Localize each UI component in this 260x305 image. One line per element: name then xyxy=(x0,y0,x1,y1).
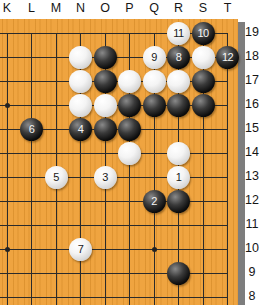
board-point-R9[interactable] xyxy=(166,261,191,285)
board-point-O14[interactable] xyxy=(93,141,118,165)
board-point-R19[interactable]: 11 xyxy=(166,21,191,45)
board-point-T14[interactable] xyxy=(215,141,240,165)
board-point-S19[interactable]: 10 xyxy=(191,21,216,45)
col-label-S: S xyxy=(194,1,212,15)
board-point-R10[interactable] xyxy=(166,237,191,261)
board-point-N18[interactable] xyxy=(68,45,93,69)
board-point-K10[interactable] xyxy=(0,237,19,261)
board-point-R15[interactable] xyxy=(166,117,191,141)
board-point-L17[interactable] xyxy=(19,69,44,93)
board-point-T12[interactable] xyxy=(215,189,240,213)
board-point-N13[interactable] xyxy=(68,165,93,189)
black-stone-P16 xyxy=(118,94,141,117)
board-point-R18[interactable]: 8 xyxy=(166,45,191,69)
board-point-N14[interactable] xyxy=(68,141,93,165)
board-point-O16[interactable] xyxy=(93,93,118,117)
row-label-12: 12 xyxy=(244,193,260,207)
board-point-Q11[interactable] xyxy=(142,213,167,237)
black-stone-O18 xyxy=(94,46,117,69)
black-stone-O17 xyxy=(94,70,117,93)
board-point-M9[interactable] xyxy=(44,261,69,285)
board-point-T13[interactable] xyxy=(215,165,240,189)
board-point-N10[interactable]: 7 xyxy=(68,237,93,261)
black-stone-R9 xyxy=(167,262,190,285)
board-point-Q9[interactable] xyxy=(142,261,167,285)
board-point-P9[interactable] xyxy=(117,261,142,285)
board-point-O8[interactable] xyxy=(93,285,118,305)
board-point-P15[interactable] xyxy=(117,117,142,141)
board-point-O17[interactable] xyxy=(93,69,118,93)
board-point-N8[interactable] xyxy=(68,285,93,305)
board-point-O9[interactable] xyxy=(93,261,118,285)
board-point-O10[interactable] xyxy=(93,237,118,261)
board-point-S16[interactable] xyxy=(191,93,216,117)
board-point-N11[interactable] xyxy=(68,213,93,237)
board-point-K8[interactable] xyxy=(0,285,19,305)
go-diagram: KLMNOPQRST 111098126453127 1918171615141… xyxy=(0,0,260,305)
black-stone-S16 xyxy=(192,94,215,117)
board-point-Q10[interactable] xyxy=(142,237,167,261)
board-point-S12[interactable] xyxy=(191,189,216,213)
board-point-M11[interactable] xyxy=(44,213,69,237)
row-label-16: 16 xyxy=(244,97,260,111)
board-point-L14[interactable] xyxy=(19,141,44,165)
board-point-S18[interactable] xyxy=(191,45,216,69)
white-stone-Q17 xyxy=(143,70,166,93)
board-point-K18[interactable] xyxy=(0,45,19,69)
board-point-P8[interactable] xyxy=(117,285,142,305)
board-point-Q19[interactable] xyxy=(142,21,167,45)
board-point-K11[interactable] xyxy=(0,213,19,237)
board-point-S17[interactable] xyxy=(191,69,216,93)
board-point-M14[interactable] xyxy=(44,141,69,165)
board-point-T16[interactable] xyxy=(215,93,240,117)
white-stone-O13-move-3: 3 xyxy=(94,166,117,189)
white-stone-R14 xyxy=(167,142,190,165)
white-stone-N18 xyxy=(69,46,92,69)
board-point-L19[interactable] xyxy=(19,21,44,45)
row-label-11: 11 xyxy=(244,217,260,231)
board-point-S10[interactable] xyxy=(191,237,216,261)
black-stone-P15 xyxy=(118,118,141,141)
board-point-M18[interactable] xyxy=(44,45,69,69)
board-point-N15[interactable]: 4 xyxy=(68,117,93,141)
black-stone-N15-move-4: 4 xyxy=(69,118,92,141)
white-stone-S18 xyxy=(192,46,215,69)
board-point-R12[interactable] xyxy=(166,189,191,213)
board-point-L9[interactable] xyxy=(19,261,44,285)
board-point-M13[interactable]: 5 xyxy=(44,165,69,189)
board-point-Q14[interactable] xyxy=(142,141,167,165)
white-stone-N17 xyxy=(69,70,92,93)
black-stone-Q16 xyxy=(143,94,166,117)
row-label-10: 10 xyxy=(244,241,260,255)
black-stone-R18-move-8: 8 xyxy=(167,46,190,69)
white-stone-O16 xyxy=(94,94,117,117)
board-point-M17[interactable] xyxy=(44,69,69,93)
board-point-P11[interactable] xyxy=(117,213,142,237)
board-point-P19[interactable] xyxy=(117,21,142,45)
board-point-K16[interactable] xyxy=(0,93,19,117)
board-point-N17[interactable] xyxy=(68,69,93,93)
row-labels: 1918171615141312111098 xyxy=(244,19,260,305)
board-point-Q12[interactable]: 2 xyxy=(142,189,167,213)
board-point-L15[interactable]: 6 xyxy=(19,117,44,141)
board-point-T9[interactable] xyxy=(215,261,240,285)
board-point-K14[interactable] xyxy=(0,141,19,165)
board-point-M8[interactable] xyxy=(44,285,69,305)
board-point-P14[interactable] xyxy=(117,141,142,165)
board-point-P12[interactable] xyxy=(117,189,142,213)
black-stone-R16 xyxy=(167,94,190,117)
white-stone-R19-move-11: 11 xyxy=(167,22,190,45)
col-label-N: N xyxy=(72,1,90,15)
board-point-Q15[interactable] xyxy=(142,117,167,141)
white-stone-R17 xyxy=(167,70,190,93)
board-point-N12[interactable] xyxy=(68,189,93,213)
board-point-K15[interactable] xyxy=(0,117,19,141)
board-point-P18[interactable] xyxy=(117,45,142,69)
board-point-Q17[interactable] xyxy=(142,69,167,93)
board-point-P16[interactable] xyxy=(117,93,142,117)
board-point-T15[interactable] xyxy=(215,117,240,141)
row-label-19: 19 xyxy=(244,25,260,39)
board-point-P17[interactable] xyxy=(117,69,142,93)
white-stone-P17 xyxy=(118,70,141,93)
white-stone-R13-move-1: 1 xyxy=(167,166,190,189)
board-point-L18[interactable] xyxy=(19,45,44,69)
white-stone-M13-move-5: 5 xyxy=(45,166,68,189)
white-stone-N16 xyxy=(69,94,92,117)
board-point-R11[interactable] xyxy=(166,213,191,237)
board-point-L16[interactable] xyxy=(19,93,44,117)
black-stone-S17 xyxy=(192,70,215,93)
board-point-O15[interactable] xyxy=(93,117,118,141)
col-label-R: R xyxy=(170,1,188,15)
col-label-T: T xyxy=(219,1,237,15)
board-point-T19[interactable] xyxy=(215,21,240,45)
board-point-S15[interactable] xyxy=(191,117,216,141)
black-stone-L15-move-6: 6 xyxy=(20,118,43,141)
board-point-O19[interactable] xyxy=(93,21,118,45)
board-point-Q18[interactable]: 9 xyxy=(142,45,167,69)
row-label-18: 18 xyxy=(244,49,260,63)
board-point-T11[interactable] xyxy=(215,213,240,237)
row-label-9: 9 xyxy=(244,265,260,279)
board-point-T17[interactable] xyxy=(215,69,240,93)
row-label-13: 13 xyxy=(244,169,260,183)
board-point-N19[interactable] xyxy=(68,21,93,45)
board-point-S14[interactable] xyxy=(191,141,216,165)
row-label-15: 15 xyxy=(244,121,260,135)
board-point-N9[interactable] xyxy=(68,261,93,285)
row-label-8: 8 xyxy=(244,289,260,303)
row-label-17: 17 xyxy=(244,73,260,87)
board-point-O11[interactable] xyxy=(93,213,118,237)
board-point-K19[interactable] xyxy=(0,21,19,45)
board-point-Q13[interactable] xyxy=(142,165,167,189)
white-stone-P14 xyxy=(118,142,141,165)
board-point-M10[interactable] xyxy=(44,237,69,261)
col-label-M: M xyxy=(47,1,65,15)
board-point-K9[interactable] xyxy=(0,261,19,285)
board-point-O12[interactable] xyxy=(93,189,118,213)
board-point-L8[interactable] xyxy=(19,285,44,305)
board-point-R13[interactable]: 1 xyxy=(166,165,191,189)
board-point-M16[interactable] xyxy=(44,93,69,117)
board-point-T18[interactable]: 12 xyxy=(215,45,240,69)
board-point-M19[interactable] xyxy=(44,21,69,45)
board-point-K13[interactable] xyxy=(0,165,19,189)
board-point-S9[interactable] xyxy=(191,261,216,285)
board-point-T8[interactable] xyxy=(215,285,240,305)
col-label-O: O xyxy=(96,1,114,15)
black-stone-Q12-move-2: 2 xyxy=(143,190,166,213)
board-point-R14[interactable] xyxy=(166,141,191,165)
black-stone-T18-move-12: 12 xyxy=(216,46,239,69)
black-stone-O15 xyxy=(94,118,117,141)
board-point-M15[interactable] xyxy=(44,117,69,141)
board-point-R17[interactable] xyxy=(166,69,191,93)
board-point-R8[interactable] xyxy=(166,285,191,305)
board-point-R16[interactable] xyxy=(166,93,191,117)
board-point-S11[interactable] xyxy=(191,213,216,237)
white-stone-Q18-move-9: 9 xyxy=(143,46,166,69)
board-point-N16[interactable] xyxy=(68,93,93,117)
board-grid: 111098126453127 xyxy=(0,21,240,305)
black-stone-S19-move-10: 10 xyxy=(192,22,215,45)
board-point-Q8[interactable] xyxy=(142,285,167,305)
board-point-P13[interactable] xyxy=(117,165,142,189)
board-point-S8[interactable] xyxy=(191,285,216,305)
board-point-L12[interactable] xyxy=(19,189,44,213)
board-point-P10[interactable] xyxy=(117,237,142,261)
white-stone-N10-move-7: 7 xyxy=(69,238,92,261)
black-stone-R12 xyxy=(167,190,190,213)
board-point-M12[interactable] xyxy=(44,189,69,213)
board-point-T10[interactable] xyxy=(215,237,240,261)
col-label-P: P xyxy=(121,1,139,15)
row-label-14: 14 xyxy=(244,145,260,159)
board-point-Q16[interactable] xyxy=(142,93,167,117)
board-point-L11[interactable] xyxy=(19,213,44,237)
board-point-L10[interactable] xyxy=(19,237,44,261)
board-point-S13[interactable] xyxy=(191,165,216,189)
board-point-L13[interactable] xyxy=(19,165,44,189)
col-label-L: L xyxy=(23,1,41,15)
board-point-K12[interactable] xyxy=(0,189,19,213)
board-point-O18[interactable] xyxy=(93,45,118,69)
col-label-Q: Q xyxy=(145,1,163,15)
column-labels: KLMNOPQRST xyxy=(0,0,260,19)
col-label-K: K xyxy=(0,1,16,15)
board-point-O13[interactable]: 3 xyxy=(93,165,118,189)
board-point-K17[interactable] xyxy=(0,69,19,93)
